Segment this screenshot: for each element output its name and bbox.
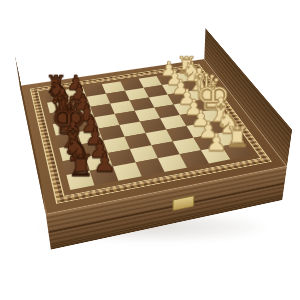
brass-clasp (172, 195, 194, 211)
chess-grid: ♜♟♟♜♞♟♟♞♝♟♟♝♛♟♟♛♚♟♟♚♝♟♟♝♞♟♟♞♜♟♟♜ (44, 71, 251, 190)
square-r2c3 (110, 100, 134, 114)
chess-box: ♜♟♟♜♞♟♟♞♝♟♟♝♛♟♟♛♚♟♟♚♝♟♟♝♞♟♟♞♜♟♟♜ (20, 59, 287, 214)
perspective-stage: ♜♟♟♜♞♟♟♞♝♟♟♝♛♟♟♛♚♟♟♚♝♟♟♝♞♟♟♞♜♟♟♜ (0, 0, 300, 300)
product-photo-scene: ♜♟♟♜♞♟♟♞♝♟♟♝♛♟♟♛♚♟♟♚♝♟♟♝♞♟♟♞♜♟♟♜ (0, 0, 300, 300)
